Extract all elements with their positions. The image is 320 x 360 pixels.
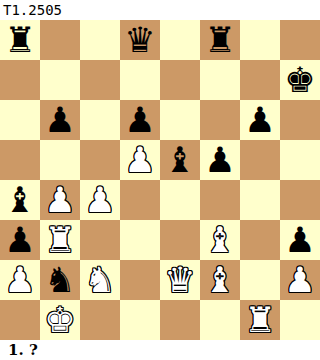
square-a8[interactable]: ♜ bbox=[0, 20, 40, 60]
square-a7[interactable] bbox=[0, 60, 40, 100]
square-a1[interactable] bbox=[0, 300, 40, 340]
move-prompt: 1. ? bbox=[0, 340, 320, 360]
square-c8[interactable] bbox=[80, 20, 120, 60]
puzzle-id-label: T1.2505 bbox=[0, 0, 320, 20]
square-g5[interactable] bbox=[240, 140, 280, 180]
square-d2[interactable] bbox=[120, 260, 160, 300]
square-g8[interactable] bbox=[240, 20, 280, 60]
square-a3[interactable]: ♟ bbox=[0, 220, 40, 260]
piece-white-rook: ♜ bbox=[240, 300, 280, 340]
square-d1[interactable] bbox=[120, 300, 160, 340]
square-a6[interactable] bbox=[0, 100, 40, 140]
piece-white-rook: ♜ bbox=[40, 220, 80, 260]
piece-black-pawn: ♟ bbox=[240, 100, 280, 140]
square-f3[interactable]: ♝ bbox=[200, 220, 240, 260]
square-h4[interactable] bbox=[280, 180, 320, 220]
square-e3[interactable] bbox=[160, 220, 200, 260]
square-b2[interactable]: ♞ bbox=[40, 260, 80, 300]
piece-black-rook: ♜ bbox=[0, 20, 40, 60]
square-g7[interactable] bbox=[240, 60, 280, 100]
square-e4[interactable] bbox=[160, 180, 200, 220]
chess-board: ♜♛♜♚♟♟♟♟♝♟♝♟♟♟♜♝♟♟♞♞♛♝♟♚♜ bbox=[0, 20, 320, 340]
square-h3[interactable]: ♟ bbox=[280, 220, 320, 260]
piece-black-pawn: ♟ bbox=[0, 220, 40, 260]
piece-white-bishop: ♝ bbox=[200, 220, 240, 260]
square-c1[interactable] bbox=[80, 300, 120, 340]
piece-black-queen: ♛ bbox=[120, 20, 160, 60]
square-c7[interactable] bbox=[80, 60, 120, 100]
piece-white-king: ♚ bbox=[40, 300, 80, 340]
square-c2[interactable]: ♞ bbox=[80, 260, 120, 300]
piece-black-knight: ♞ bbox=[40, 260, 80, 300]
piece-white-bishop: ♝ bbox=[200, 260, 240, 300]
piece-black-bishop: ♝ bbox=[0, 180, 40, 220]
square-g4[interactable] bbox=[240, 180, 280, 220]
square-d4[interactable] bbox=[120, 180, 160, 220]
square-g3[interactable] bbox=[240, 220, 280, 260]
square-e5[interactable]: ♝ bbox=[160, 140, 200, 180]
piece-white-pawn: ♟ bbox=[280, 260, 320, 300]
square-b1[interactable]: ♚ bbox=[40, 300, 80, 340]
square-d5[interactable]: ♟ bbox=[120, 140, 160, 180]
square-b4[interactable]: ♟ bbox=[40, 180, 80, 220]
square-c3[interactable] bbox=[80, 220, 120, 260]
square-e6[interactable] bbox=[160, 100, 200, 140]
piece-black-rook: ♜ bbox=[200, 20, 240, 60]
square-d6[interactable]: ♟ bbox=[120, 100, 160, 140]
square-b8[interactable] bbox=[40, 20, 80, 60]
square-c4[interactable]: ♟ bbox=[80, 180, 120, 220]
square-a4[interactable]: ♝ bbox=[0, 180, 40, 220]
square-g6[interactable]: ♟ bbox=[240, 100, 280, 140]
square-b5[interactable] bbox=[40, 140, 80, 180]
square-d3[interactable] bbox=[120, 220, 160, 260]
square-c5[interactable] bbox=[80, 140, 120, 180]
piece-white-knight: ♞ bbox=[80, 260, 120, 300]
piece-white-queen: ♛ bbox=[160, 260, 200, 300]
piece-white-pawn: ♟ bbox=[40, 180, 80, 220]
square-h2[interactable]: ♟ bbox=[280, 260, 320, 300]
square-f6[interactable] bbox=[200, 100, 240, 140]
piece-black-pawn: ♟ bbox=[40, 100, 80, 140]
square-a5[interactable] bbox=[0, 140, 40, 180]
square-h5[interactable] bbox=[280, 140, 320, 180]
square-d7[interactable] bbox=[120, 60, 160, 100]
square-b6[interactable]: ♟ bbox=[40, 100, 80, 140]
square-b3[interactable]: ♜ bbox=[40, 220, 80, 260]
square-a2[interactable]: ♟ bbox=[0, 260, 40, 300]
square-f7[interactable] bbox=[200, 60, 240, 100]
square-h6[interactable] bbox=[280, 100, 320, 140]
square-c6[interactable] bbox=[80, 100, 120, 140]
piece-white-pawn: ♟ bbox=[80, 180, 120, 220]
square-b7[interactable] bbox=[40, 60, 80, 100]
square-h7[interactable]: ♚ bbox=[280, 60, 320, 100]
square-e7[interactable] bbox=[160, 60, 200, 100]
chess-puzzle-window: T1.2505 ♜♛♜♚♟♟♟♟♝♟♝♟♟♟♜♝♟♟♞♞♛♝♟♚♜ 1. ? bbox=[0, 0, 320, 360]
piece-white-pawn: ♟ bbox=[0, 260, 40, 300]
square-h8[interactable] bbox=[280, 20, 320, 60]
square-e2[interactable]: ♛ bbox=[160, 260, 200, 300]
square-f8[interactable]: ♜ bbox=[200, 20, 240, 60]
square-g1[interactable]: ♜ bbox=[240, 300, 280, 340]
piece-black-pawn: ♟ bbox=[200, 140, 240, 180]
square-f2[interactable]: ♝ bbox=[200, 260, 240, 300]
square-h1[interactable] bbox=[280, 300, 320, 340]
square-d8[interactable]: ♛ bbox=[120, 20, 160, 60]
square-f5[interactable]: ♟ bbox=[200, 140, 240, 180]
square-e8[interactable] bbox=[160, 20, 200, 60]
piece-black-bishop: ♝ bbox=[160, 140, 200, 180]
piece-black-pawn: ♟ bbox=[120, 100, 160, 140]
square-f4[interactable] bbox=[200, 180, 240, 220]
square-g2[interactable] bbox=[240, 260, 280, 300]
square-f1[interactable] bbox=[200, 300, 240, 340]
piece-black-pawn: ♟ bbox=[280, 220, 320, 260]
square-e1[interactable] bbox=[160, 300, 200, 340]
piece-black-king: ♚ bbox=[280, 60, 320, 100]
piece-white-pawn: ♟ bbox=[120, 140, 160, 180]
